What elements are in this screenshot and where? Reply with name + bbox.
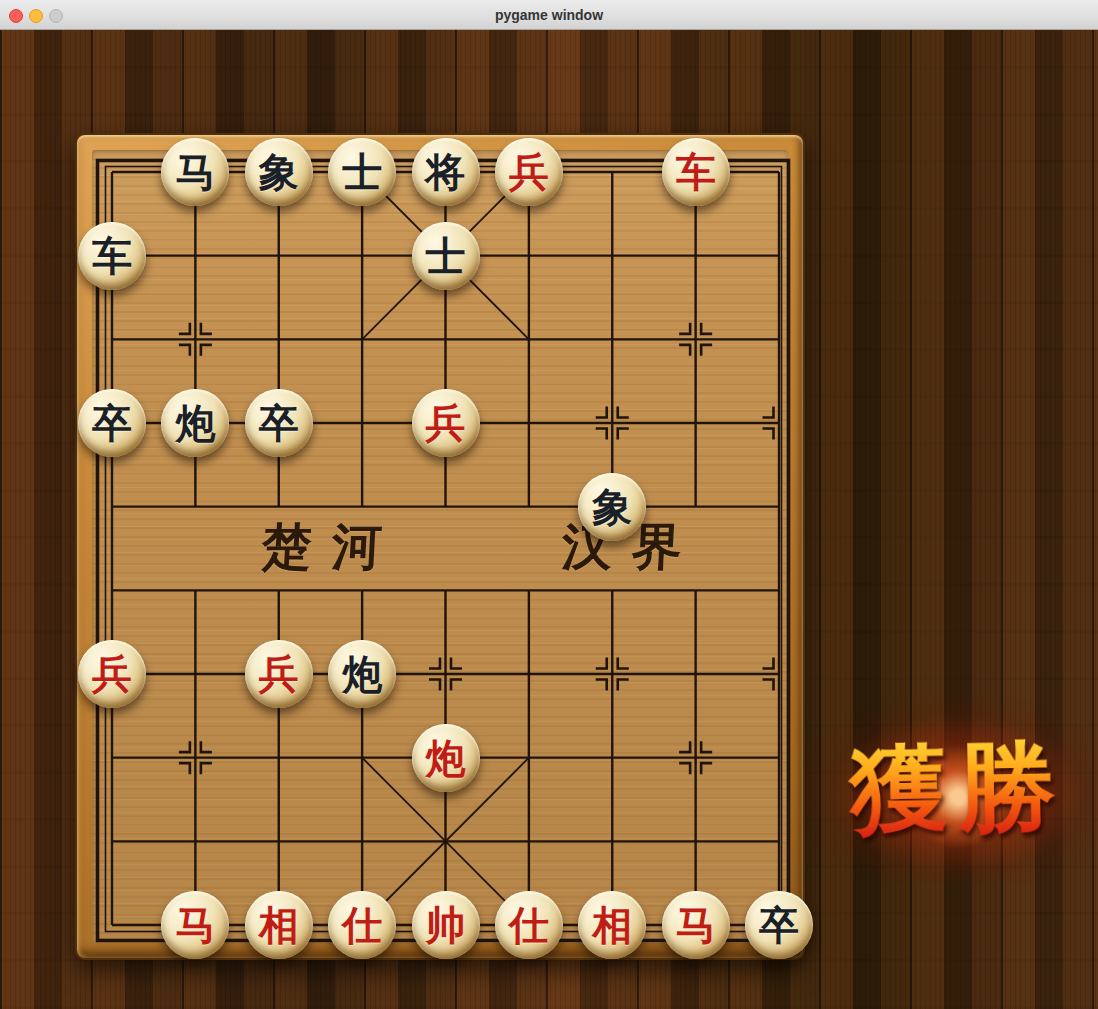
victory-text: 獲勝 bbox=[827, 720, 1089, 860]
window-title: pygame window bbox=[0, 0, 1098, 30]
piece-black-elephant[interactable]: 象 bbox=[245, 138, 313, 206]
xiangqi-board[interactable]: 楚河 汉界 马象士将兵车车士卒炮卒兵象兵兵炮炮马相仕帅仕相马卒 bbox=[75, 133, 805, 960]
piece-glyph: 炮 bbox=[342, 654, 382, 694]
piece-glyph: 象 bbox=[592, 487, 632, 527]
piece-black-soldier[interactable]: 卒 bbox=[245, 389, 313, 457]
piece-glyph: 仕 bbox=[342, 905, 382, 945]
piece-black-horse[interactable]: 马 bbox=[161, 138, 229, 206]
piece-red-soldier[interactable]: 兵 bbox=[245, 640, 313, 708]
piece-glyph: 车 bbox=[676, 152, 716, 192]
victory-banner: 獲勝 bbox=[828, 722, 1088, 857]
window-titlebar: pygame window bbox=[0, 0, 1098, 30]
piece-red-elephant[interactable]: 相 bbox=[245, 891, 313, 959]
piece-glyph: 卒 bbox=[259, 403, 299, 443]
desktop-background: 楚河 汉界 马象士将兵车车士卒炮卒兵象兵兵炮炮马相仕帅仕相马卒 獲勝 bbox=[0, 30, 1098, 1009]
piece-black-elephant[interactable]: 象 bbox=[578, 473, 646, 541]
piece-red-advisor[interactable]: 仕 bbox=[495, 891, 563, 959]
piece-black-cannon[interactable]: 炮 bbox=[328, 640, 396, 708]
piece-glyph: 将 bbox=[426, 152, 466, 192]
piece-red-soldier[interactable]: 兵 bbox=[412, 389, 480, 457]
piece-black-soldier[interactable]: 卒 bbox=[745, 891, 813, 959]
piece-black-advisor[interactable]: 士 bbox=[412, 222, 480, 290]
piece-glyph: 兵 bbox=[509, 152, 549, 192]
piece-glyph: 卒 bbox=[759, 905, 799, 945]
piece-glyph: 兵 bbox=[92, 654, 132, 694]
piece-black-cannon[interactable]: 炮 bbox=[161, 389, 229, 457]
piece-glyph: 士 bbox=[342, 152, 382, 192]
piece-red-horse[interactable]: 马 bbox=[662, 891, 730, 959]
piece-glyph: 士 bbox=[426, 236, 466, 276]
piece-red-soldier[interactable]: 兵 bbox=[495, 138, 563, 206]
piece-red-general[interactable]: 帅 bbox=[412, 891, 480, 959]
pygame-window: pygame window 楚河 汉界 马象士将兵车车士卒炮卒兵象兵兵炮炮马相仕… bbox=[0, 0, 1098, 1009]
piece-glyph: 仕 bbox=[509, 905, 549, 945]
piece-red-advisor[interactable]: 仕 bbox=[328, 891, 396, 959]
piece-glyph: 象 bbox=[259, 152, 299, 192]
piece-red-elephant[interactable]: 相 bbox=[578, 891, 646, 959]
piece-glyph: 相 bbox=[592, 905, 632, 945]
piece-black-general[interactable]: 将 bbox=[412, 138, 480, 206]
piece-glyph: 卒 bbox=[92, 403, 132, 443]
piece-red-horse[interactable]: 马 bbox=[161, 891, 229, 959]
piece-glyph: 马 bbox=[175, 905, 215, 945]
piece-glyph: 炮 bbox=[175, 403, 215, 443]
piece-glyph: 兵 bbox=[259, 654, 299, 694]
piece-red-chariot[interactable]: 车 bbox=[662, 138, 730, 206]
piece-glyph: 马 bbox=[175, 152, 215, 192]
piece-glyph: 帅 bbox=[426, 905, 466, 945]
piece-glyph: 车 bbox=[92, 236, 132, 276]
piece-black-soldier[interactable]: 卒 bbox=[78, 389, 146, 457]
piece-glyph: 马 bbox=[676, 905, 716, 945]
piece-red-soldier[interactable]: 兵 bbox=[78, 640, 146, 708]
piece-black-chariot[interactable]: 车 bbox=[78, 222, 146, 290]
piece-red-cannon[interactable]: 炮 bbox=[412, 724, 480, 792]
piece-glyph: 炮 bbox=[426, 738, 466, 778]
piece-glyph: 相 bbox=[259, 905, 299, 945]
river-label-left: 楚河 bbox=[225, 510, 439, 584]
piece-black-advisor[interactable]: 士 bbox=[328, 138, 396, 206]
piece-glyph: 兵 bbox=[426, 403, 466, 443]
